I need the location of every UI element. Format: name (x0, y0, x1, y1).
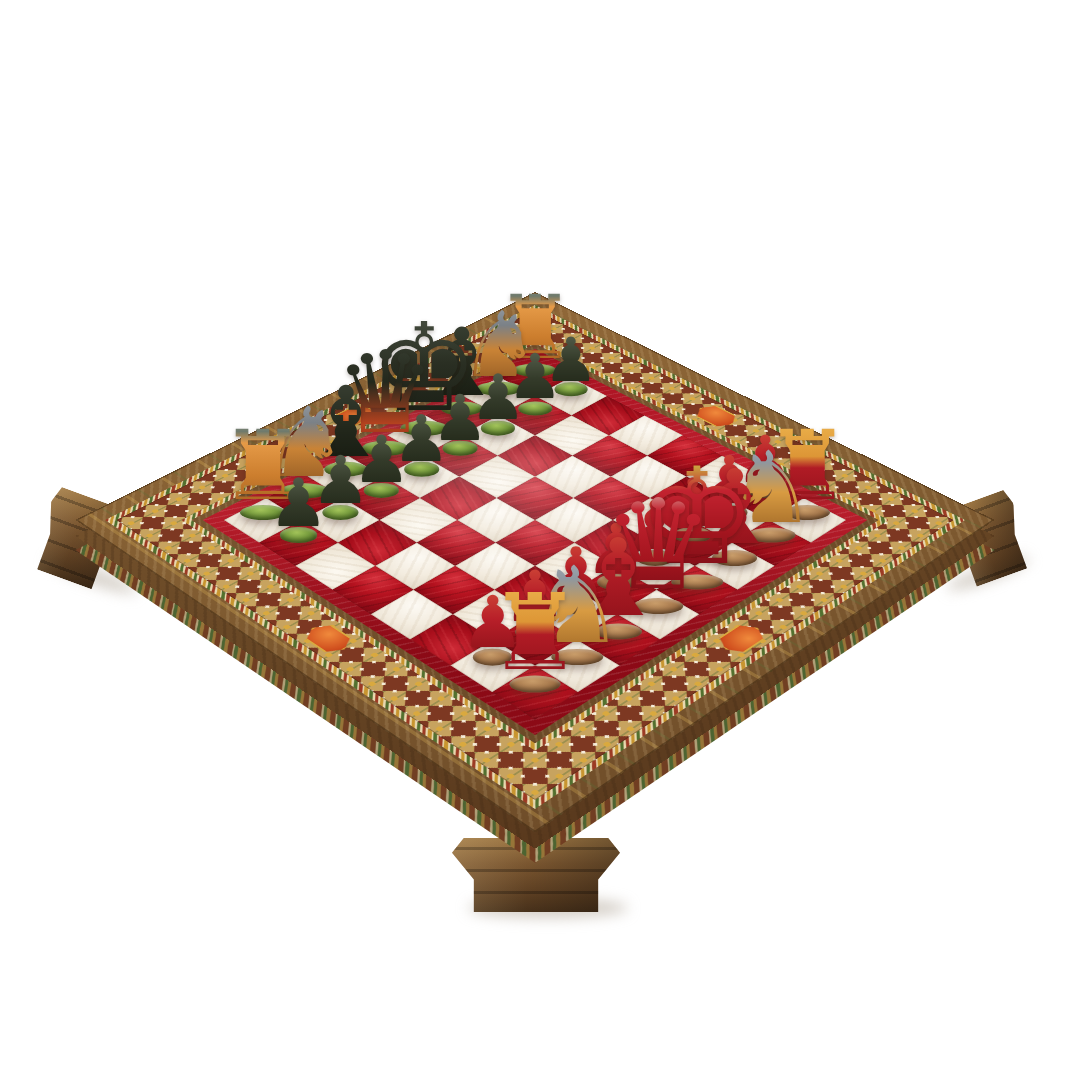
black-pawn-icon: ♟ (269, 470, 329, 537)
white-rook-icon: ♜ (488, 580, 583, 686)
product-photo-scene: ♜♞♝♛♚♝♞♜♟♟♟♟♟♟♟♟♟♟♟♟♟♟♟♟♜♞♝♛♚♝♞♜ (0, 0, 1080, 1080)
piece-white-rook-a1[interactable]: ♜ (488, 580, 583, 692)
piece-black-pawn-a7[interactable]: ♟ (269, 470, 329, 543)
